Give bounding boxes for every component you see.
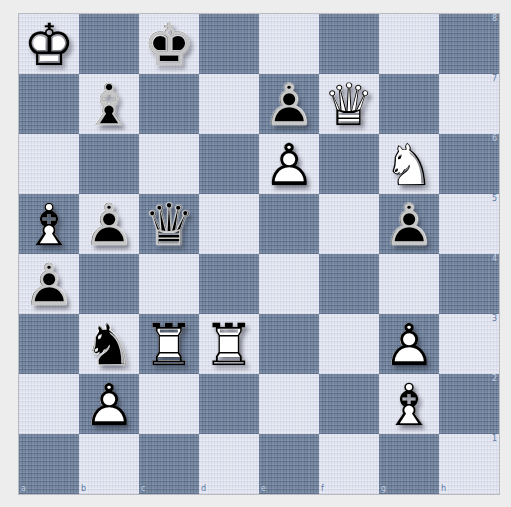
square-b3[interactable]: ♞♘ <box>79 314 139 374</box>
square-e5[interactable] <box>259 194 319 254</box>
white-queen-outline-glyph: ♕ <box>319 74 379 134</box>
piece-white-king[interactable]: ♚♔ <box>19 14 79 74</box>
piece-black-knight[interactable]: ♞♘ <box>79 314 139 374</box>
square-a5[interactable]: ♝♗ <box>19 194 79 254</box>
square-b1[interactable]: b <box>79 434 139 494</box>
piece-white-pawn[interactable]: ♟♙ <box>379 314 439 374</box>
black-knight-outline-glyph: ♘ <box>79 314 139 374</box>
square-e8[interactable] <box>259 14 319 74</box>
file-label-a: a <box>21 485 26 493</box>
rank-label-2: 2 <box>492 375 497 383</box>
square-g6[interactable]: ♞♘ <box>379 134 439 194</box>
square-c4[interactable] <box>139 254 199 314</box>
rank-label-4: 4 <box>492 255 497 263</box>
black-bishop-outline-glyph: ♗ <box>79 74 139 134</box>
square-c7[interactable] <box>139 74 199 134</box>
white-pawn-outline-glyph: ♙ <box>379 314 439 374</box>
square-g2[interactable]: ♝♗ <box>379 374 439 434</box>
black-queen-outline-glyph: ♕ <box>139 194 199 254</box>
square-d6[interactable] <box>199 134 259 194</box>
square-h6[interactable]: 6 <box>439 134 499 194</box>
square-f5[interactable] <box>319 194 379 254</box>
square-b8[interactable] <box>79 14 139 74</box>
square-b5[interactable]: ♟♙ <box>79 194 139 254</box>
square-c1[interactable]: c <box>139 434 199 494</box>
rank-label-1: 1 <box>492 435 497 443</box>
piece-white-rook[interactable]: ♜♖ <box>199 314 259 374</box>
file-label-e: e <box>261 485 266 493</box>
white-bishop-outline-glyph: ♗ <box>379 374 439 434</box>
square-g7[interactable] <box>379 74 439 134</box>
square-d4[interactable] <box>199 254 259 314</box>
square-a7[interactable] <box>19 74 79 134</box>
piece-white-bishop[interactable]: ♝♗ <box>19 194 79 254</box>
square-f1[interactable]: f <box>319 434 379 494</box>
black-king-outline-glyph: ♔ <box>139 14 199 74</box>
square-d1[interactable]: d <box>199 434 259 494</box>
piece-white-pawn[interactable]: ♟♙ <box>259 134 319 194</box>
square-h4[interactable]: 4 <box>439 254 499 314</box>
white-pawn-outline-glyph: ♙ <box>259 134 319 194</box>
piece-black-pawn[interactable]: ♟♙ <box>19 254 79 314</box>
square-h5[interactable]: 5 <box>439 194 499 254</box>
rank-label-6: 6 <box>492 135 497 143</box>
piece-white-bishop[interactable]: ♝♗ <box>379 374 439 434</box>
file-label-c: c <box>141 485 145 493</box>
chess-diagram-background: ♚♔♚♔8♝♗♟♙♛♕7♟♙♞♘6♝♗♟♙♛♕♟♙5♟♙4♞♘♜♖♜♖♟♙3♟♙… <box>0 0 511 507</box>
white-knight-outline-glyph: ♘ <box>379 134 439 194</box>
black-pawn-outline-glyph: ♙ <box>379 194 439 254</box>
file-label-h: h <box>441 485 446 493</box>
square-h2[interactable]: 2 <box>439 374 499 434</box>
square-c3[interactable]: ♜♖ <box>139 314 199 374</box>
rank-label-8: 8 <box>492 15 497 23</box>
square-b6[interactable] <box>79 134 139 194</box>
black-pawn-outline-glyph: ♙ <box>19 254 79 314</box>
square-g4[interactable] <box>379 254 439 314</box>
file-label-d: d <box>201 485 206 493</box>
square-c2[interactable] <box>139 374 199 434</box>
piece-black-pawn[interactable]: ♟♙ <box>79 194 139 254</box>
square-e3[interactable] <box>259 314 319 374</box>
file-label-f: f <box>321 485 324 493</box>
piece-black-pawn[interactable]: ♟♙ <box>259 74 319 134</box>
square-g3[interactable]: ♟♙ <box>379 314 439 374</box>
piece-black-queen[interactable]: ♛♕ <box>139 194 199 254</box>
piece-white-queen[interactable]: ♛♕ <box>319 74 379 134</box>
square-f7[interactable]: ♛♕ <box>319 74 379 134</box>
square-g5[interactable]: ♟♙ <box>379 194 439 254</box>
square-a1[interactable]: a <box>19 434 79 494</box>
square-g8[interactable] <box>379 14 439 74</box>
square-d5[interactable] <box>199 194 259 254</box>
chess-board: ♚♔♚♔8♝♗♟♙♛♕7♟♙♞♘6♝♗♟♙♛♕♟♙5♟♙4♞♘♜♖♜♖♟♙3♟♙… <box>19 14 499 494</box>
piece-white-pawn[interactable]: ♟♙ <box>79 374 139 434</box>
square-f3[interactable] <box>319 314 379 374</box>
rank-label-5: 5 <box>492 195 497 203</box>
square-e2[interactable] <box>259 374 319 434</box>
square-b2[interactable]: ♟♙ <box>79 374 139 434</box>
white-king-outline-glyph: ♔ <box>19 14 79 74</box>
white-rook-outline-glyph: ♖ <box>199 314 259 374</box>
square-e1[interactable]: e <box>259 434 319 494</box>
piece-white-rook[interactable]: ♜♖ <box>139 314 199 374</box>
square-f6[interactable] <box>319 134 379 194</box>
square-a2[interactable] <box>19 374 79 434</box>
square-d2[interactable] <box>199 374 259 434</box>
file-label-g: g <box>381 485 386 493</box>
square-g1[interactable]: g <box>379 434 439 494</box>
square-d8[interactable] <box>199 14 259 74</box>
square-d3[interactable]: ♜♖ <box>199 314 259 374</box>
square-e4[interactable] <box>259 254 319 314</box>
white-rook-outline-glyph: ♖ <box>139 314 199 374</box>
black-pawn-outline-glyph: ♙ <box>259 74 319 134</box>
white-pawn-outline-glyph: ♙ <box>79 374 139 434</box>
square-a6[interactable] <box>19 134 79 194</box>
square-h8[interactable]: 8 <box>439 14 499 74</box>
square-e6[interactable]: ♟♙ <box>259 134 319 194</box>
rank-label-3: 3 <box>492 315 497 323</box>
white-bishop-outline-glyph: ♗ <box>19 194 79 254</box>
black-pawn-outline-glyph: ♙ <box>79 194 139 254</box>
square-f2[interactable] <box>319 374 379 434</box>
square-e7[interactable]: ♟♙ <box>259 74 319 134</box>
square-c8[interactable]: ♚♔ <box>139 14 199 74</box>
rank-label-7: 7 <box>492 75 497 83</box>
square-c6[interactable] <box>139 134 199 194</box>
square-h7[interactable]: 7 <box>439 74 499 134</box>
square-h1[interactable]: 1h <box>439 434 499 494</box>
square-b4[interactable] <box>79 254 139 314</box>
square-d7[interactable] <box>199 74 259 134</box>
square-a3[interactable] <box>19 314 79 374</box>
square-h3[interactable]: 3 <box>439 314 499 374</box>
square-b7[interactable]: ♝♗ <box>79 74 139 134</box>
piece-black-pawn[interactable]: ♟♙ <box>379 194 439 254</box>
piece-black-king[interactable]: ♚♔ <box>139 14 199 74</box>
square-a8[interactable]: ♚♔ <box>19 14 79 74</box>
square-f4[interactable] <box>319 254 379 314</box>
file-label-b: b <box>81 485 86 493</box>
square-f8[interactable] <box>319 14 379 74</box>
piece-black-bishop[interactable]: ♝♗ <box>79 74 139 134</box>
square-a4[interactable]: ♟♙ <box>19 254 79 314</box>
square-c5[interactable]: ♛♕ <box>139 194 199 254</box>
piece-white-knight[interactable]: ♞♘ <box>379 134 439 194</box>
